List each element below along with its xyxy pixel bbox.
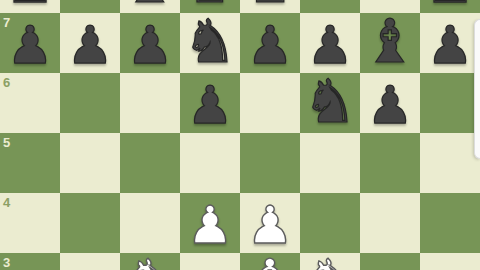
- square-g3[interactable]: [360, 253, 420, 270]
- square-g5[interactable]: [360, 133, 420, 193]
- square-c8[interactable]: ♝: [120, 0, 180, 13]
- piece-black-pawn-c7[interactable]: ♟: [127, 19, 174, 73]
- square-e4[interactable]: ♟: [240, 193, 300, 253]
- square-h5[interactable]: [420, 133, 480, 193]
- overlay-panel-edge[interactable]: [474, 19, 480, 159]
- square-b7[interactable]: ♟: [60, 13, 120, 73]
- piece-white-knight-f3[interactable]: ♞: [303, 251, 357, 270]
- square-f4[interactable]: [300, 193, 360, 253]
- square-c5[interactable]: [120, 133, 180, 193]
- square-h4[interactable]: [420, 193, 480, 253]
- square-d5[interactable]: [180, 133, 240, 193]
- piece-black-pawn-b7[interactable]: ♟: [67, 19, 114, 73]
- square-c3[interactable]: ♞: [120, 253, 180, 270]
- piece-black-pawn-h7[interactable]: ♟: [427, 19, 474, 73]
- chess-board: ♜♝♛♚♜♟♟♟♞♟♟♝♟♟♞♟♟♟♞♝♞: [0, 0, 480, 270]
- square-a7[interactable]: ♟: [0, 13, 60, 73]
- piece-black-pawn-d6[interactable]: ♟: [187, 79, 234, 133]
- piece-black-pawn-e7[interactable]: ♟: [247, 19, 294, 73]
- square-c7[interactable]: ♟: [120, 13, 180, 73]
- square-h6[interactable]: [420, 73, 480, 133]
- square-c6[interactable]: [120, 73, 180, 133]
- square-b6[interactable]: [60, 73, 120, 133]
- square-g6[interactable]: ♟: [360, 73, 420, 133]
- piece-black-bishop-c8[interactable]: ♝: [123, 0, 177, 13]
- square-a4[interactable]: [0, 193, 60, 253]
- square-e8[interactable]: ♚: [240, 0, 300, 13]
- square-a5[interactable]: [0, 133, 60, 193]
- square-f5[interactable]: [300, 133, 360, 193]
- square-e6[interactable]: [240, 73, 300, 133]
- square-a6[interactable]: [0, 73, 60, 133]
- square-h3[interactable]: [420, 253, 480, 270]
- square-f8[interactable]: [300, 0, 360, 13]
- piece-black-knight-d7[interactable]: ♞: [183, 11, 237, 73]
- piece-black-rook-a8[interactable]: ♜: [4, 0, 55, 13]
- piece-black-knight-f6[interactable]: ♞: [303, 71, 357, 133]
- square-f3[interactable]: ♞: [300, 253, 360, 270]
- square-f7[interactable]: ♟: [300, 13, 360, 73]
- square-g4[interactable]: [360, 193, 420, 253]
- square-b8[interactable]: [60, 0, 120, 13]
- square-a3[interactable]: [0, 253, 60, 270]
- piece-black-bishop-g7[interactable]: ♝: [363, 11, 417, 73]
- chess-app-viewport: ♜♝♛♚♜♟♟♟♞♟♟♝♟♟♞♟♟♟♞♝♞ 76543: [0, 0, 480, 270]
- square-g7[interactable]: ♝: [360, 13, 420, 73]
- square-b5[interactable]: [60, 133, 120, 193]
- piece-black-pawn-a7[interactable]: ♟: [7, 19, 54, 73]
- square-e3[interactable]: ♝: [240, 253, 300, 270]
- square-d4[interactable]: ♟: [180, 193, 240, 253]
- square-h8[interactable]: ♜: [420, 0, 480, 13]
- piece-black-pawn-f7[interactable]: ♟: [307, 19, 354, 73]
- piece-white-knight-c3[interactable]: ♞: [123, 251, 177, 270]
- square-d3[interactable]: [180, 253, 240, 270]
- square-h7[interactable]: ♟: [420, 13, 480, 73]
- piece-black-pawn-g6[interactable]: ♟: [367, 79, 414, 133]
- piece-black-rook-h8[interactable]: ♜: [424, 0, 475, 13]
- piece-white-pawn-d4[interactable]: ♟: [187, 199, 234, 253]
- square-d6[interactable]: ♟: [180, 73, 240, 133]
- square-c4[interactable]: [120, 193, 180, 253]
- square-e5[interactable]: [240, 133, 300, 193]
- square-e7[interactable]: ♟: [240, 13, 300, 73]
- square-f6[interactable]: ♞: [300, 73, 360, 133]
- piece-black-king-e8[interactable]: ♚: [243, 0, 298, 13]
- square-d7[interactable]: ♞: [180, 13, 240, 73]
- piece-white-pawn-e4[interactable]: ♟: [247, 199, 294, 253]
- square-b4[interactable]: [60, 193, 120, 253]
- square-a8[interactable]: ♜: [0, 0, 60, 13]
- piece-white-bishop-e3[interactable]: ♝: [243, 251, 297, 270]
- square-b3[interactable]: [60, 253, 120, 270]
